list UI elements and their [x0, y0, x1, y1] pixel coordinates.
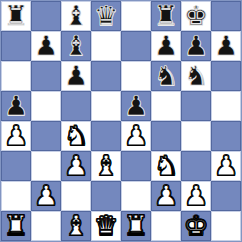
- square-a2[interactable]: [1, 181, 31, 211]
- square-b2[interactable]: ♟: [31, 181, 61, 211]
- square-b7[interactable]: ♟: [31, 31, 61, 61]
- square-b1[interactable]: [31, 211, 61, 241]
- square-a3[interactable]: [1, 151, 31, 181]
- white-bishop: ♝: [64, 212, 88, 239]
- white-pawn: ♟: [184, 182, 208, 209]
- square-g8[interactable]: ♚: [181, 1, 211, 31]
- square-b6[interactable]: [31, 61, 61, 91]
- square-e1[interactable]: ♜: [121, 211, 151, 241]
- black-rook: ♜: [154, 2, 178, 29]
- white-pawn: ♟: [154, 182, 178, 209]
- black-bishop: ♝: [64, 32, 88, 59]
- square-c2[interactable]: [61, 181, 91, 211]
- square-g6[interactable]: ♞: [181, 61, 211, 91]
- square-e5[interactable]: ♟: [121, 91, 151, 121]
- white-king: ♚: [184, 212, 208, 239]
- square-b5[interactable]: [31, 91, 61, 121]
- square-d3[interactable]: ♝: [91, 151, 121, 181]
- black-king: ♚: [184, 2, 208, 29]
- square-a5[interactable]: ♟: [1, 91, 31, 121]
- black-knight: ♞: [154, 62, 178, 89]
- white-rook: ♜: [4, 212, 28, 239]
- square-c6[interactable]: ♟: [61, 61, 91, 91]
- square-g3[interactable]: [181, 151, 211, 181]
- square-c5[interactable]: [61, 91, 91, 121]
- square-f3[interactable]: ♞: [151, 151, 181, 181]
- square-f1[interactable]: [151, 211, 181, 241]
- square-c7[interactable]: ♝: [61, 31, 91, 61]
- white-queen: ♛: [94, 212, 118, 239]
- black-pawn: ♟: [124, 92, 148, 119]
- white-knight: ♞: [64, 122, 88, 149]
- square-f4[interactable]: [151, 121, 181, 151]
- square-e3[interactable]: [121, 151, 151, 181]
- black-pawn: ♟: [4, 92, 28, 119]
- white-pawn: ♟: [64, 152, 88, 179]
- square-b4[interactable]: [31, 121, 61, 151]
- square-b8[interactable]: [31, 1, 61, 31]
- square-g2[interactable]: ♟: [181, 181, 211, 211]
- square-f5[interactable]: [151, 91, 181, 121]
- square-h3[interactable]: ♟: [211, 151, 241, 181]
- square-d2[interactable]: [91, 181, 121, 211]
- square-f7[interactable]: ♟: [151, 31, 181, 61]
- square-g1[interactable]: ♚: [181, 211, 211, 241]
- chess-board: ♜♝♛♜♚♟♝♟♟♟♟♞♞♟♟♟♞♟♟♝♞♟♟♟♟♜♝♛♜♚: [0, 0, 242, 242]
- square-a8[interactable]: ♜: [1, 1, 31, 31]
- square-c3[interactable]: ♟: [61, 151, 91, 181]
- square-h7[interactable]: ♟: [211, 31, 241, 61]
- white-rook: ♜: [124, 212, 148, 239]
- black-pawn: ♟: [184, 32, 208, 59]
- square-d1[interactable]: ♛: [91, 211, 121, 241]
- square-a6[interactable]: [1, 61, 31, 91]
- square-e6[interactable]: [121, 61, 151, 91]
- square-f8[interactable]: ♜: [151, 1, 181, 31]
- square-e8[interactable]: [121, 1, 151, 31]
- white-bishop: ♝: [94, 152, 118, 179]
- white-knight: ♞: [154, 152, 178, 179]
- square-a7[interactable]: [1, 31, 31, 61]
- black-pawn: ♟: [34, 32, 58, 59]
- square-b3[interactable]: [31, 151, 61, 181]
- square-f2[interactable]: ♟: [151, 181, 181, 211]
- square-h6[interactable]: [211, 61, 241, 91]
- black-pawn: ♟: [154, 32, 178, 59]
- white-pawn: ♟: [214, 152, 238, 179]
- square-c1[interactable]: ♝: [61, 211, 91, 241]
- square-a1[interactable]: ♜: [1, 211, 31, 241]
- black-pawn: ♟: [64, 62, 88, 89]
- square-h1[interactable]: [211, 211, 241, 241]
- square-d8[interactable]: ♛: [91, 1, 121, 31]
- square-h5[interactable]: [211, 91, 241, 121]
- square-g7[interactable]: ♟: [181, 31, 211, 61]
- black-rook: ♜: [4, 2, 28, 29]
- black-knight: ♞: [184, 62, 208, 89]
- white-pawn: ♟: [34, 182, 58, 209]
- square-h4[interactable]: [211, 121, 241, 151]
- black-bishop: ♝: [64, 2, 88, 29]
- white-pawn: ♟: [4, 122, 28, 149]
- square-c4[interactable]: ♞: [61, 121, 91, 151]
- square-d6[interactable]: [91, 61, 121, 91]
- square-c8[interactable]: ♝: [61, 1, 91, 31]
- white-pawn: ♟: [124, 122, 148, 149]
- square-e4[interactable]: ♟: [121, 121, 151, 151]
- square-e2[interactable]: [121, 181, 151, 211]
- square-d4[interactable]: [91, 121, 121, 151]
- square-h2[interactable]: [211, 181, 241, 211]
- square-d7[interactable]: [91, 31, 121, 61]
- square-h8[interactable]: [211, 1, 241, 31]
- square-e7[interactable]: [121, 31, 151, 61]
- square-d5[interactable]: [91, 91, 121, 121]
- square-a4[interactable]: ♟: [1, 121, 31, 151]
- square-g4[interactable]: [181, 121, 211, 151]
- black-pawn: ♟: [214, 32, 238, 59]
- square-f6[interactable]: ♞: [151, 61, 181, 91]
- black-queen: ♛: [94, 2, 118, 29]
- square-g5[interactable]: [181, 91, 211, 121]
